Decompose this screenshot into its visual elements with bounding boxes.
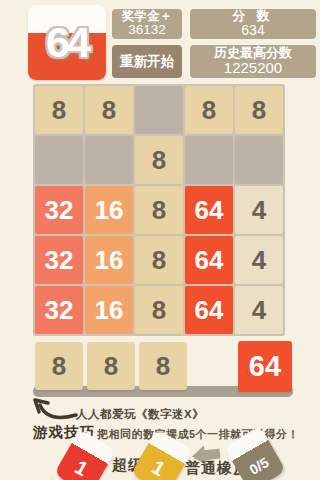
grid-cell-r5c5-tile-4[interactable]: 4	[235, 286, 283, 334]
normal-eraser-count: 1	[131, 442, 186, 480]
highscore-value: 1225200	[190, 60, 316, 77]
incoming-tile-8-col2: 8	[87, 342, 135, 390]
scholarship-panel: 奖学金＋ 36132	[112, 9, 182, 39]
app-logo: 64	[28, 5, 106, 80]
scholarship-label: 奖学金＋	[112, 10, 182, 24]
grid-cell-r4c5-tile-4[interactable]: 4	[235, 236, 283, 284]
everyone-loves-text: 人人都爱玩《数字迷X》	[76, 407, 204, 422]
score-panel: 分 数 634	[190, 9, 316, 39]
grid-cell-r3c4-tile-64[interactable]: 64	[185, 186, 233, 234]
grid-cell-r4c4-tile-64[interactable]: 64	[185, 236, 233, 284]
grid-cell-r5c4-tile-64[interactable]: 64	[185, 286, 233, 334]
grid-cell-r4c3-tile-8[interactable]: 8	[135, 236, 183, 284]
scholarship-value: 36132	[112, 23, 182, 38]
grid-cell-r2c2-empty[interactable]	[85, 136, 133, 184]
grid-cell-r3c1-tile-32[interactable]: 32	[35, 186, 83, 234]
grid-cell-r2c3-tile-8[interactable]: 8	[135, 136, 183, 184]
grid-cell-r1c4-tile-8[interactable]: 8	[185, 86, 233, 134]
grid-cell-r5c3-tile-8[interactable]: 8	[135, 286, 183, 334]
super-eraser-count: 1	[54, 442, 109, 480]
curved-arrow-icon	[32, 398, 80, 422]
grid-cell-r3c2-tile-16[interactable]: 16	[85, 186, 133, 234]
highscore-label: 历史最高分数	[190, 46, 316, 60]
score-label: 分 数	[190, 9, 316, 23]
grid-cell-r3c3-tile-8[interactable]: 8	[135, 186, 183, 234]
grid-cell-r1c5-tile-8[interactable]: 8	[235, 86, 283, 134]
board-grid: 88888321686443216864432168644	[33, 84, 285, 336]
eraser-uses-count: 0/5	[232, 439, 287, 480]
logo-64-text: 64	[46, 18, 88, 67]
grid-cell-r2c1-empty[interactable]	[35, 136, 83, 184]
grid-cell-r5c2-tile-16[interactable]: 16	[85, 286, 133, 334]
grid-cell-r2c5-empty[interactable]	[235, 136, 283, 184]
incoming-tile-8-col1: 8	[35, 342, 83, 390]
grid-cell-r4c1-tile-32[interactable]: 32	[35, 236, 83, 284]
score-value: 634	[190, 23, 316, 38]
grid-cell-r2c4-empty[interactable]	[185, 136, 233, 184]
game-tips-text: 把相同的数字摆成5个一排就可以得分！	[97, 427, 299, 442]
grid-cell-r1c1-tile-8[interactable]: 8	[35, 86, 83, 134]
incoming-tile-8-col3: 8	[139, 342, 187, 390]
game-screen: 64 奖学金＋ 36132 分 数 634 重新开始 历史最高分数 122520…	[0, 0, 320, 480]
grid-cell-r1c2-tile-8[interactable]: 8	[85, 86, 133, 134]
grid-cell-r4c2-tile-16[interactable]: 16	[85, 236, 133, 284]
grid-cell-r1c3-empty[interactable]	[135, 86, 183, 134]
grid-cell-r5c1-tile-32[interactable]: 32	[35, 286, 83, 334]
highscore-panel: 历史最高分数 1225200	[190, 45, 316, 78]
incoming-tile-64-col5: 64	[238, 341, 292, 392]
restart-button[interactable]: 重新开始	[112, 45, 182, 78]
grid-cell-r3c5-tile-4[interactable]: 4	[235, 186, 283, 234]
